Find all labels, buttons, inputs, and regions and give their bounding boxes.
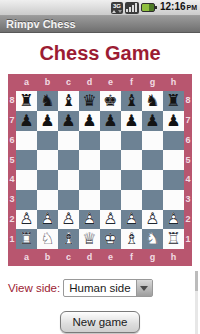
- square-g4[interactable]: [142, 170, 163, 190]
- square-h7[interactable]: ♟: [163, 111, 184, 131]
- square-d6[interactable]: [79, 131, 100, 151]
- clock-ampm: PM: [187, 4, 198, 11]
- square-b3[interactable]: [37, 190, 58, 210]
- black-knight-piece: ♞: [40, 93, 54, 109]
- view-side-spinner[interactable]: Human side: [63, 279, 152, 297]
- square-h6[interactable]: [163, 131, 184, 151]
- app-title: Rimpv Chess: [6, 18, 76, 30]
- rank-label-1-right: 1: [184, 229, 192, 249]
- square-d2[interactable]: ♟♙: [79, 210, 100, 230]
- title-bar: Rimpv Chess: [0, 16, 200, 33]
- square-g8[interactable]: ♞: [142, 91, 163, 111]
- square-c4[interactable]: [58, 170, 79, 190]
- rank-label-8-left: 8: [8, 91, 16, 111]
- square-e1[interactable]: ♚♔: [100, 229, 121, 249]
- square-h8[interactable]: ♜: [163, 91, 184, 111]
- square-e4[interactable]: [100, 170, 121, 190]
- square-b7[interactable]: ♟: [37, 111, 58, 131]
- file-label-b-bottom: b: [37, 249, 58, 266]
- file-label-c-bottom: c: [58, 249, 79, 266]
- square-b6[interactable]: [37, 131, 58, 151]
- view-side-value: Human side: [64, 280, 135, 296]
- square-e2[interactable]: ♟♙: [100, 210, 121, 230]
- square-e8[interactable]: ♚: [100, 91, 121, 111]
- rank-label-6-right: 6: [184, 131, 192, 151]
- white-rook-piece: ♜♖: [19, 231, 33, 247]
- square-g7[interactable]: ♟: [142, 111, 163, 131]
- black-bishop-piece: ♝: [61, 93, 75, 109]
- square-b8[interactable]: ♞: [37, 91, 58, 111]
- rank-label-2-left: 2: [8, 210, 16, 230]
- clock-time: 12:16: [160, 1, 186, 12]
- black-rook-piece: ♜: [166, 93, 180, 109]
- square-b2[interactable]: ♟♙: [37, 210, 58, 230]
- square-c8[interactable]: ♝: [58, 91, 79, 111]
- data-arrows-icon: [112, 10, 122, 13]
- file-label-e-bottom: e: [100, 249, 121, 266]
- square-f8[interactable]: ♝: [121, 91, 142, 111]
- square-d1[interactable]: ♛♕: [79, 229, 100, 249]
- network-3g-label: 3G: [113, 3, 121, 9]
- white-pawn-piece: ♟♙: [61, 211, 75, 227]
- black-pawn-piece: ♟: [82, 113, 96, 129]
- rank-label-5-right: 5: [184, 150, 192, 170]
- square-a7[interactable]: ♟: [16, 111, 37, 131]
- file-label-f-top: f: [121, 74, 142, 91]
- square-g3[interactable]: [142, 190, 163, 210]
- view-side-row: View side: Human side: [8, 279, 200, 297]
- square-h4[interactable]: [163, 170, 184, 190]
- rank-label-6-left: 6: [8, 131, 16, 151]
- square-a2[interactable]: ♟♙: [16, 210, 37, 230]
- page-title: Chess Game: [0, 42, 200, 65]
- square-d3[interactable]: [79, 190, 100, 210]
- square-f5[interactable]: [121, 150, 142, 170]
- rank-label-2-right: 2: [184, 210, 192, 230]
- square-f1[interactable]: ♝♗: [121, 229, 142, 249]
- square-e6[interactable]: [100, 131, 121, 151]
- file-label-g-top: g: [142, 74, 163, 91]
- white-pawn-piece: ♟♙: [124, 211, 138, 227]
- square-f4[interactable]: [121, 170, 142, 190]
- file-label-e-top: e: [100, 74, 121, 91]
- square-g1[interactable]: ♞♘: [142, 229, 163, 249]
- square-f3[interactable]: [121, 190, 142, 210]
- square-c2[interactable]: ♟♙: [58, 210, 79, 230]
- black-pawn-piece: ♟: [61, 113, 75, 129]
- board-corner: [184, 74, 192, 91]
- signal-strength-icon: [125, 2, 139, 14]
- rank-label-3-left: 3: [8, 190, 16, 210]
- scrollbar-thumb[interactable]: [195, 271, 198, 291]
- square-h3[interactable]: [163, 190, 184, 210]
- square-a1[interactable]: ♜♖: [16, 229, 37, 249]
- square-g6[interactable]: [142, 131, 163, 151]
- rank-label-4-left: 4: [8, 170, 16, 190]
- rank-label-4-right: 4: [184, 170, 192, 190]
- black-queen-piece: ♛: [82, 93, 96, 109]
- dropdown-arrow-icon[interactable]: [136, 280, 152, 296]
- white-bishop-piece: ♝♗: [61, 231, 75, 247]
- black-pawn-piece: ♟: [145, 113, 159, 129]
- board-corner: [8, 74, 16, 91]
- square-f2[interactable]: ♟♙: [121, 210, 142, 230]
- square-d4[interactable]: [79, 170, 100, 190]
- square-f7[interactable]: ♟: [121, 111, 142, 131]
- black-king-piece: ♚: [103, 93, 117, 109]
- file-label-c-top: c: [58, 74, 79, 91]
- board-corner: [184, 249, 192, 266]
- file-label-h-top: h: [163, 74, 184, 91]
- rank-label-1-left: 1: [8, 229, 16, 249]
- square-a6[interactable]: [16, 131, 37, 151]
- black-pawn-piece: ♟: [124, 113, 138, 129]
- square-d5[interactable]: [79, 150, 100, 170]
- square-a3[interactable]: [16, 190, 37, 210]
- black-pawn-piece: ♟: [166, 113, 180, 129]
- network-3g-icon: 3G: [111, 2, 123, 14]
- file-label-d-top: d: [79, 74, 100, 91]
- black-pawn-piece: ♟: [19, 113, 33, 129]
- white-pawn-piece: ♟♙: [166, 211, 180, 227]
- rank-label-7-left: 7: [8, 111, 16, 131]
- square-h2[interactable]: ♟♙: [163, 210, 184, 230]
- square-a5[interactable]: [16, 150, 37, 170]
- rank-label-8-right: 8: [184, 91, 192, 111]
- status-bar: 3G 12:16PM: [0, 0, 200, 16]
- rank-label-3-right: 3: [184, 190, 192, 210]
- square-g5[interactable]: [142, 150, 163, 170]
- clock-text: 12:16PM: [160, 0, 197, 16]
- black-pawn-piece: ♟: [40, 113, 54, 129]
- white-pawn-piece: ♟♙: [40, 211, 54, 227]
- black-bishop-piece: ♝: [124, 93, 138, 109]
- white-king-piece: ♚♔: [103, 231, 117, 247]
- square-c6[interactable]: [58, 131, 79, 151]
- new-game-button[interactable]: New game: [60, 311, 141, 333]
- square-c7[interactable]: ♟: [58, 111, 79, 131]
- white-knight-piece: ♞♘: [40, 231, 54, 247]
- file-label-d-bottom: d: [79, 249, 100, 266]
- black-knight-piece: ♞: [145, 93, 159, 109]
- square-h5[interactable]: [163, 150, 184, 170]
- square-d7[interactable]: ♟: [79, 111, 100, 131]
- file-label-g-bottom: g: [142, 249, 163, 266]
- square-b1[interactable]: ♞♘: [37, 229, 58, 249]
- file-label-h-bottom: h: [163, 249, 184, 266]
- square-f6[interactable]: [121, 131, 142, 151]
- white-rook-piece: ♜♖: [166, 231, 180, 247]
- square-b5[interactable]: [37, 150, 58, 170]
- file-label-a-top: a: [16, 74, 37, 91]
- square-e5[interactable]: [100, 150, 121, 170]
- square-h1[interactable]: ♜♖: [163, 229, 184, 249]
- white-pawn-piece: ♟♙: [82, 211, 96, 227]
- black-pawn-piece: ♟: [103, 113, 117, 129]
- black-rook-piece: ♜: [19, 93, 33, 109]
- rank-label-7-right: 7: [184, 111, 192, 131]
- white-bishop-piece: ♝♗: [124, 231, 138, 247]
- square-e3[interactable]: [100, 190, 121, 210]
- square-e7[interactable]: ♟: [100, 111, 121, 131]
- square-c1[interactable]: ♝♗: [58, 229, 79, 249]
- square-d8[interactable]: ♛: [79, 91, 100, 111]
- square-a8[interactable]: ♜: [16, 91, 37, 111]
- square-a4[interactable]: [16, 170, 37, 190]
- square-g2[interactable]: ♟♙: [142, 210, 163, 230]
- battery-icon: [141, 3, 155, 12]
- rank-label-5-left: 5: [8, 150, 16, 170]
- chess-board[interactable]: abcdefgh8♜♞♝♛♚♝♞♜87♟♟♟♟♟♟♟♟7665544332♟♙♟…: [8, 74, 192, 266]
- white-knight-piece: ♞♘: [145, 231, 159, 247]
- square-c5[interactable]: [58, 150, 79, 170]
- white-pawn-piece: ♟♙: [19, 211, 33, 227]
- file-label-a-bottom: a: [16, 249, 37, 266]
- square-c3[interactable]: [58, 190, 79, 210]
- app-screen: 3G 12:16PM Rimpv Chess Chess Game abcdef…: [0, 0, 200, 334]
- square-b4[interactable]: [37, 170, 58, 190]
- white-pawn-piece: ♟♙: [103, 211, 117, 227]
- white-queen-piece: ♛♕: [82, 231, 96, 247]
- scrollbar[interactable]: [195, 271, 198, 334]
- view-side-label: View side:: [8, 282, 60, 294]
- board-corner: [8, 249, 16, 266]
- white-pawn-piece: ♟♙: [145, 211, 159, 227]
- file-label-b-top: b: [37, 74, 58, 91]
- file-label-f-bottom: f: [121, 249, 142, 266]
